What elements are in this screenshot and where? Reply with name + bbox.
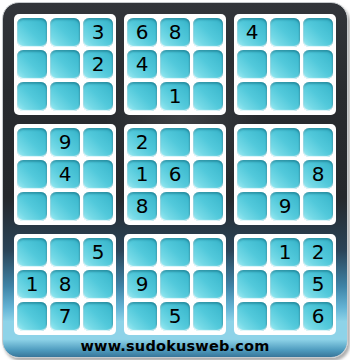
cell-r8c7[interactable] <box>237 270 267 299</box>
cell-r2c6[interactable] <box>193 50 223 79</box>
cell-r4c1[interactable] <box>17 128 47 157</box>
sudoku-box-4: 94 <box>14 124 116 225</box>
cell-r2c7[interactable] <box>237 50 267 79</box>
cell-r2c5[interactable] <box>160 50 190 79</box>
cell-r3c2[interactable] <box>50 82 80 111</box>
sudoku-box-8: 95 <box>124 234 226 335</box>
cell-r8c6[interactable] <box>193 270 223 299</box>
cell-r4c3[interactable] <box>83 128 113 157</box>
cell-r9c7[interactable] <box>237 302 267 331</box>
sudoku-box-6: 89 <box>234 124 336 225</box>
sudoku-box-2: 6841 <box>124 14 226 115</box>
cell-r7c8[interactable]: 1 <box>270 238 300 267</box>
cell-r4c8[interactable] <box>270 128 300 157</box>
cell-r3c9[interactable] <box>303 82 333 111</box>
cell-r8c5[interactable] <box>160 270 190 299</box>
cell-r6c4[interactable]: 8 <box>127 192 157 221</box>
sudoku-box-9: 1256 <box>234 234 336 335</box>
cell-r3c5[interactable]: 1 <box>160 82 190 111</box>
cell-r5c1[interactable] <box>17 160 47 189</box>
cell-r6c6[interactable] <box>193 192 223 221</box>
cell-r8c4[interactable]: 9 <box>127 270 157 299</box>
cell-r9c4[interactable] <box>127 302 157 331</box>
sudoku-box-7: 5187 <box>14 234 116 335</box>
cell-r6c2[interactable] <box>50 192 80 221</box>
cell-r7c5[interactable] <box>160 238 190 267</box>
cell-r9c2[interactable]: 7 <box>50 302 80 331</box>
cell-r8c9[interactable]: 5 <box>303 270 333 299</box>
cell-r4c7[interactable] <box>237 128 267 157</box>
cell-r8c1[interactable]: 1 <box>17 270 47 299</box>
cell-r2c1[interactable] <box>17 50 47 79</box>
cell-r5c3[interactable] <box>83 160 113 189</box>
cell-r3c6[interactable] <box>193 82 223 111</box>
cell-r1c3[interactable]: 3 <box>83 18 113 47</box>
cell-r9c1[interactable] <box>17 302 47 331</box>
cell-r9c6[interactable] <box>193 302 223 331</box>
sudoku-box-3: 4 <box>234 14 336 115</box>
cell-r5c8[interactable] <box>270 160 300 189</box>
cell-r9c5[interactable]: 5 <box>160 302 190 331</box>
cell-r1c8[interactable] <box>270 18 300 47</box>
cell-r1c4[interactable]: 6 <box>127 18 157 47</box>
cell-r7c3[interactable]: 5 <box>83 238 113 267</box>
cell-r5c6[interactable] <box>193 160 223 189</box>
cell-r2c3[interactable]: 2 <box>83 50 113 79</box>
cell-r4c5[interactable] <box>160 128 190 157</box>
cell-r9c8[interactable] <box>270 302 300 331</box>
cell-r5c2[interactable]: 4 <box>50 160 80 189</box>
sudoku-board-frame: 3268414942168895187951256 www.sudokusweb… <box>2 2 348 358</box>
cell-r3c3[interactable] <box>83 82 113 111</box>
cell-r7c6[interactable] <box>193 238 223 267</box>
cell-r1c2[interactable] <box>50 18 80 47</box>
cell-r5c9[interactable]: 8 <box>303 160 333 189</box>
cell-r2c8[interactable] <box>270 50 300 79</box>
cell-r3c4[interactable] <box>127 82 157 111</box>
cell-r6c5[interactable] <box>160 192 190 221</box>
cell-r1c6[interactable] <box>193 18 223 47</box>
cell-r7c1[interactable] <box>17 238 47 267</box>
cell-r7c4[interactable] <box>127 238 157 267</box>
cell-r8c8[interactable] <box>270 270 300 299</box>
cell-r7c9[interactable]: 2 <box>303 238 333 267</box>
cell-r4c9[interactable] <box>303 128 333 157</box>
cell-r9c3[interactable] <box>83 302 113 331</box>
cell-r2c9[interactable] <box>303 50 333 79</box>
cell-r7c2[interactable] <box>50 238 80 267</box>
cell-r3c8[interactable] <box>270 82 300 111</box>
cell-r5c5[interactable]: 6 <box>160 160 190 189</box>
cell-r9c9[interactable]: 6 <box>303 302 333 331</box>
cell-r6c1[interactable] <box>17 192 47 221</box>
cell-r3c1[interactable] <box>17 82 47 111</box>
cell-r5c4[interactable]: 1 <box>127 160 157 189</box>
sudoku-board: 3268414942168895187951256 <box>3 3 347 335</box>
cell-r6c7[interactable] <box>237 192 267 221</box>
cell-r2c4[interactable]: 4 <box>127 50 157 79</box>
cell-r3c7[interactable] <box>237 82 267 111</box>
cell-r1c5[interactable]: 8 <box>160 18 190 47</box>
cell-r1c9[interactable] <box>303 18 333 47</box>
cell-r4c4[interactable]: 2 <box>127 128 157 157</box>
cell-r1c1[interactable] <box>17 18 47 47</box>
sudoku-box-1: 32 <box>14 14 116 115</box>
cell-r8c3[interactable] <box>83 270 113 299</box>
cell-r1c7[interactable]: 4 <box>237 18 267 47</box>
site-url: www.sudokusweb.com <box>3 335 347 357</box>
cell-r6c9[interactable] <box>303 192 333 221</box>
cell-r4c6[interactable] <box>193 128 223 157</box>
cell-r4c2[interactable]: 9 <box>50 128 80 157</box>
cell-r2c2[interactable] <box>50 50 80 79</box>
cell-r7c7[interactable] <box>237 238 267 267</box>
cell-r8c2[interactable]: 8 <box>50 270 80 299</box>
sudoku-box-5: 2168 <box>124 124 226 225</box>
cell-r6c3[interactable] <box>83 192 113 221</box>
cell-r5c7[interactable] <box>237 160 267 189</box>
cell-r6c8[interactable]: 9 <box>270 192 300 221</box>
